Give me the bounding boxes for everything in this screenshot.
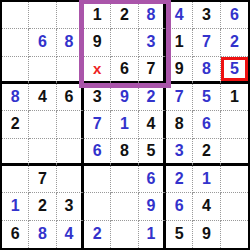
cell-r6c4[interactable]: 6 bbox=[84, 139, 111, 166]
user-digit: 8 bbox=[64, 34, 73, 50]
cell-r3c5[interactable]: 6 bbox=[111, 57, 138, 84]
user-digit: 6 bbox=[175, 198, 184, 214]
cell-r5c4[interactable]: 7 bbox=[84, 111, 111, 138]
cell-r2c5[interactable] bbox=[111, 29, 138, 56]
cell-r8c2[interactable]: 2 bbox=[29, 193, 56, 220]
user-digit: 6 bbox=[93, 143, 102, 159]
cell-r8c5[interactable] bbox=[111, 193, 138, 220]
cell-r7c8[interactable]: 1 bbox=[193, 166, 220, 193]
cell-r6c1[interactable] bbox=[2, 139, 29, 166]
given-digit: 8 bbox=[120, 143, 129, 159]
cell-r1c8[interactable]: 3 bbox=[193, 2, 220, 29]
cell-r2c4[interactable]: 9 bbox=[84, 29, 111, 56]
user-digit: 4 bbox=[64, 226, 73, 242]
cell-r2c7[interactable]: 1 bbox=[166, 29, 193, 56]
user-digit: 8 bbox=[202, 61, 211, 77]
cell-r4c7[interactable]: 7 bbox=[166, 84, 193, 111]
cell-r3c4[interactable]: x bbox=[84, 57, 111, 84]
cell-r7c7[interactable]: 2 bbox=[166, 166, 193, 193]
user-digit: 3 bbox=[175, 143, 184, 159]
cell-r3c2[interactable] bbox=[29, 57, 56, 84]
cell-r9c3[interactable]: 4 bbox=[57, 221, 84, 248]
cell-r4c4[interactable]: 3 bbox=[84, 84, 111, 111]
cell-r8c6[interactable]: 9 bbox=[139, 193, 166, 220]
cell-r1c1[interactable] bbox=[2, 2, 29, 29]
user-digit: 5 bbox=[202, 89, 211, 105]
cell-r6c2[interactable] bbox=[29, 139, 56, 166]
user-digit: 7 bbox=[175, 89, 184, 105]
cell-r8c7[interactable]: 6 bbox=[166, 193, 193, 220]
user-digit: 6 bbox=[202, 116, 211, 132]
cell-r5c3[interactable] bbox=[57, 111, 84, 138]
user-digit: 3 bbox=[146, 34, 155, 50]
cell-r7c5[interactable] bbox=[111, 166, 138, 193]
cell-r7c9[interactable] bbox=[221, 166, 248, 193]
cell-r9c2[interactable]: 8 bbox=[29, 221, 56, 248]
cell-r5c2[interactable] bbox=[29, 111, 56, 138]
user-digit: 4 bbox=[175, 7, 184, 23]
given-digit: 1 bbox=[175, 34, 184, 50]
cell-r5c8[interactable]: 6 bbox=[193, 111, 220, 138]
cell-r6c6[interactable]: 5 bbox=[139, 139, 166, 166]
user-digit: 8 bbox=[38, 226, 47, 242]
cell-r5c1[interactable]: 2 bbox=[2, 111, 29, 138]
user-digit: 2 bbox=[230, 34, 239, 50]
given-digit: 6 bbox=[64, 89, 73, 105]
given-digit: 4 bbox=[202, 198, 211, 214]
cell-r9c7[interactable]: 5 bbox=[166, 221, 193, 248]
cell-r9c4[interactable]: 2 bbox=[84, 221, 111, 248]
cell-r3c3[interactable] bbox=[57, 57, 84, 84]
given-digit: 5 bbox=[146, 143, 155, 159]
cell-r6c7[interactable]: 3 bbox=[166, 139, 193, 166]
user-digit: 1 bbox=[11, 198, 20, 214]
cell-r1c6[interactable]: 8 bbox=[139, 2, 166, 29]
sudoku-board: 1284366893172x67985846392751271486685327… bbox=[0, 0, 250, 250]
cell-r4c9[interactable]: 1 bbox=[221, 84, 248, 111]
cell-r3c8[interactable]: 8 bbox=[193, 57, 220, 84]
cell-r9c9[interactable] bbox=[221, 221, 248, 248]
given-digit: 4 bbox=[38, 89, 47, 105]
cell-r3c7[interactable]: 9 bbox=[166, 57, 193, 84]
cell-r1c3[interactable] bbox=[57, 2, 84, 29]
cell-r6c5[interactable]: 8 bbox=[111, 139, 138, 166]
cell-r8c3[interactable]: 3 bbox=[57, 193, 84, 220]
cell-r3c1[interactable] bbox=[2, 57, 29, 84]
cell-r5c5[interactable]: 1 bbox=[111, 111, 138, 138]
cell-r8c9[interactable] bbox=[221, 193, 248, 220]
cell-r6c8[interactable]: 2 bbox=[193, 139, 220, 166]
user-digit: 9 bbox=[120, 89, 129, 105]
cell-r3c9[interactable]: 5 bbox=[221, 57, 248, 84]
user-digit: 2 bbox=[93, 226, 102, 242]
given-digit: 5 bbox=[175, 226, 184, 242]
given-digit: 9 bbox=[93, 34, 102, 50]
cell-r1c2[interactable] bbox=[29, 2, 56, 29]
given-digit: 1 bbox=[93, 7, 102, 23]
cell-r4c1[interactable]: 8 bbox=[2, 84, 29, 111]
user-digit: 2 bbox=[175, 171, 184, 187]
cell-r9c5[interactable] bbox=[111, 221, 138, 248]
cell-r2c1[interactable] bbox=[2, 29, 29, 56]
cell-r7c2[interactable]: 7 bbox=[29, 166, 56, 193]
cell-r7c4[interactable] bbox=[84, 166, 111, 193]
cell-r7c1[interactable] bbox=[2, 166, 29, 193]
cell-r4c2[interactable]: 4 bbox=[29, 84, 56, 111]
error-mark: x bbox=[93, 61, 101, 76]
user-digit: 9 bbox=[146, 198, 155, 214]
given-digit: 4 bbox=[146, 116, 155, 132]
cell-r9c6[interactable]: 1 bbox=[139, 221, 166, 248]
user-digit: 1 bbox=[202, 171, 211, 187]
given-digit: 9 bbox=[175, 61, 184, 77]
user-digit: 7 bbox=[93, 116, 102, 132]
sudoku-app: 1284366893172x67985846392751271486685327… bbox=[0, 0, 250, 250]
cell-r5c7[interactable]: 8 bbox=[166, 111, 193, 138]
cell-r6c3[interactable] bbox=[57, 139, 84, 166]
given-digit: 2 bbox=[11, 116, 20, 132]
given-digit: 7 bbox=[146, 61, 155, 77]
cell-r9c1[interactable]: 6 bbox=[2, 221, 29, 248]
given-digit: 9 bbox=[202, 226, 211, 242]
given-digit: 3 bbox=[202, 7, 211, 23]
user-digit: 1 bbox=[120, 116, 129, 132]
cell-r3c6[interactable]: 7 bbox=[139, 57, 166, 84]
cell-r2c3[interactable]: 8 bbox=[57, 29, 84, 56]
given-digit: 2 bbox=[38, 198, 47, 214]
user-digit: 8 bbox=[146, 7, 155, 23]
user-digit: 6 bbox=[38, 34, 47, 50]
cell-r4c8[interactable]: 5 bbox=[193, 84, 220, 111]
user-digit: 6 bbox=[230, 7, 239, 23]
given-digit: 7 bbox=[38, 171, 47, 187]
cell-r1c7[interactable]: 4 bbox=[166, 2, 193, 29]
cell-r8c8[interactable]: 4 bbox=[193, 193, 220, 220]
user-digit: 1 bbox=[146, 226, 155, 242]
given-digit: 6 bbox=[11, 226, 20, 242]
cell-r4c5[interactable]: 9 bbox=[111, 84, 138, 111]
cell-r4c3[interactable]: 6 bbox=[57, 84, 84, 111]
cell-r5c6[interactable]: 4 bbox=[139, 111, 166, 138]
given-digit: 3 bbox=[93, 89, 102, 105]
cell-r2c2[interactable]: 6 bbox=[29, 29, 56, 56]
given-digit: 3 bbox=[64, 198, 73, 214]
cell-r1c4[interactable]: 1 bbox=[84, 2, 111, 29]
cell-r5c9[interactable] bbox=[221, 111, 248, 138]
user-digit: 7 bbox=[202, 34, 211, 50]
user-digit: 5 bbox=[230, 61, 239, 77]
cell-r8c4[interactable] bbox=[84, 193, 111, 220]
cell-r7c6[interactable]: 6 bbox=[139, 166, 166, 193]
cell-r2c9[interactable]: 2 bbox=[221, 29, 248, 56]
user-digit: 6 bbox=[146, 171, 155, 187]
given-digit: 2 bbox=[202, 143, 211, 159]
given-digit: 1 bbox=[230, 89, 239, 105]
given-digit: 6 bbox=[120, 61, 129, 77]
given-digit: 8 bbox=[175, 116, 184, 132]
cell-r2c8[interactable]: 7 bbox=[193, 29, 220, 56]
cell-r1c9[interactable]: 6 bbox=[221, 2, 248, 29]
user-digit: 8 bbox=[11, 89, 20, 105]
cell-r6c9[interactable] bbox=[221, 139, 248, 166]
user-digit: 2 bbox=[146, 89, 155, 105]
cell-r2c6[interactable]: 3 bbox=[139, 29, 166, 56]
cell-r7c3[interactable] bbox=[57, 166, 84, 193]
cell-r4c6[interactable]: 2 bbox=[139, 84, 166, 111]
cell-r9c8[interactable]: 9 bbox=[193, 221, 220, 248]
given-digit: 2 bbox=[120, 7, 129, 23]
cell-r8c1[interactable]: 1 bbox=[2, 193, 29, 220]
cell-r1c5[interactable]: 2 bbox=[111, 2, 138, 29]
